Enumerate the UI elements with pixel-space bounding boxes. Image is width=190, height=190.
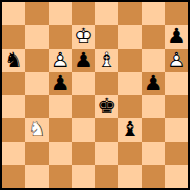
square-a2[interactable] — [2, 142, 25, 165]
black-piece-glyph: ♟ — [49, 72, 72, 95]
square-g5[interactable]: ♟ — [142, 72, 165, 95]
black-knight-a6[interactable]: ♞ — [2, 49, 25, 72]
white-piece-outline: ♘ — [25, 118, 48, 141]
black-king-e4[interactable]: ♚ — [95, 95, 118, 118]
square-f8[interactable] — [118, 2, 141, 25]
black-pawn-g5[interactable]: ♟ — [142, 72, 165, 95]
square-g3[interactable] — [142, 118, 165, 141]
square-f5[interactable] — [118, 72, 141, 95]
square-d2[interactable] — [72, 142, 95, 165]
square-f7[interactable] — [118, 25, 141, 48]
square-h6[interactable]: ♟♙ — [165, 49, 188, 72]
square-g7[interactable] — [142, 25, 165, 48]
square-c5[interactable]: ♟ — [49, 72, 72, 95]
square-h5[interactable] — [165, 72, 188, 95]
square-g2[interactable] — [142, 142, 165, 165]
square-e4[interactable]: ♚ — [95, 95, 118, 118]
white-knight-b3[interactable]: ♞♘ — [25, 118, 48, 141]
square-a7[interactable] — [2, 25, 25, 48]
square-c1[interactable] — [49, 165, 72, 188]
square-c4[interactable] — [49, 95, 72, 118]
square-h7[interactable]: ♟ — [165, 25, 188, 48]
white-king-d7[interactable]: ♚♔ — [72, 25, 95, 48]
square-c7[interactable] — [49, 25, 72, 48]
square-e3[interactable] — [95, 118, 118, 141]
square-d1[interactable] — [72, 165, 95, 188]
black-piece-glyph: ♟ — [142, 72, 165, 95]
black-pawn-d6[interactable]: ♟ — [72, 49, 95, 72]
square-e6[interactable]: ♝♗ — [95, 49, 118, 72]
square-a5[interactable] — [2, 72, 25, 95]
square-e8[interactable] — [95, 2, 118, 25]
square-g6[interactable] — [142, 49, 165, 72]
square-b7[interactable] — [25, 25, 48, 48]
chessboard: ♚♔♟♞♟♙♟♝♗♟♙♟♟♚♞♘♝ — [2, 2, 188, 188]
white-bishop-e6[interactable]: ♝♗ — [95, 49, 118, 72]
square-g8[interactable] — [142, 2, 165, 25]
black-piece-glyph: ♟ — [72, 49, 95, 72]
black-pawn-h7[interactable]: ♟ — [165, 25, 188, 48]
square-c6[interactable]: ♟♙ — [49, 49, 72, 72]
square-f1[interactable] — [118, 165, 141, 188]
square-b3[interactable]: ♞♘ — [25, 118, 48, 141]
square-h3[interactable] — [165, 118, 188, 141]
black-piece-glyph: ♝ — [118, 118, 141, 141]
square-f6[interactable] — [118, 49, 141, 72]
square-c2[interactable] — [49, 142, 72, 165]
white-piece-outline: ♔ — [72, 25, 95, 48]
square-d8[interactable] — [72, 2, 95, 25]
square-c3[interactable] — [49, 118, 72, 141]
square-d7[interactable]: ♚♔ — [72, 25, 95, 48]
square-b4[interactable] — [25, 95, 48, 118]
chessboard-frame: ♚♔♟♞♟♙♟♝♗♟♙♟♟♚♞♘♝ — [0, 0, 190, 190]
black-piece-glyph: ♚ — [95, 95, 118, 118]
black-pawn-c5[interactable]: ♟ — [49, 72, 72, 95]
square-e1[interactable] — [95, 165, 118, 188]
square-g4[interactable] — [142, 95, 165, 118]
white-pawn-c6[interactable]: ♟♙ — [49, 49, 72, 72]
square-g1[interactable] — [142, 165, 165, 188]
square-a1[interactable] — [2, 165, 25, 188]
square-d4[interactable] — [72, 95, 95, 118]
square-c8[interactable] — [49, 2, 72, 25]
square-a4[interactable] — [2, 95, 25, 118]
square-f2[interactable] — [118, 142, 141, 165]
square-d3[interactable] — [72, 118, 95, 141]
square-h8[interactable] — [165, 2, 188, 25]
square-b1[interactable] — [25, 165, 48, 188]
black-piece-glyph: ♞ — [2, 49, 25, 72]
square-f3[interactable]: ♝ — [118, 118, 141, 141]
square-h1[interactable] — [165, 165, 188, 188]
square-h2[interactable] — [165, 142, 188, 165]
square-e2[interactable] — [95, 142, 118, 165]
square-b6[interactable] — [25, 49, 48, 72]
black-bishop-f3[interactable]: ♝ — [118, 118, 141, 141]
square-a8[interactable] — [2, 2, 25, 25]
square-b5[interactable] — [25, 72, 48, 95]
square-h4[interactable] — [165, 95, 188, 118]
square-a6[interactable]: ♞ — [2, 49, 25, 72]
black-piece-glyph: ♟ — [165, 25, 188, 48]
square-d6[interactable]: ♟ — [72, 49, 95, 72]
square-b8[interactable] — [25, 2, 48, 25]
white-pawn-h6[interactable]: ♟♙ — [165, 49, 188, 72]
white-piece-outline: ♗ — [95, 49, 118, 72]
square-f4[interactable] — [118, 95, 141, 118]
square-e5[interactable] — [95, 72, 118, 95]
square-b2[interactable] — [25, 142, 48, 165]
square-d5[interactable] — [72, 72, 95, 95]
white-piece-outline: ♙ — [165, 49, 188, 72]
square-a3[interactable] — [2, 118, 25, 141]
white-piece-outline: ♙ — [49, 49, 72, 72]
square-e7[interactable] — [95, 25, 118, 48]
